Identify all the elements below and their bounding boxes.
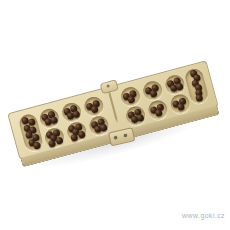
latch-screw-icon	[114, 136, 118, 140]
seed	[154, 108, 163, 117]
watermark: www.goki.cz	[182, 212, 225, 219]
seed	[126, 95, 135, 104]
product-photo: www.goki.cz	[0, 0, 230, 230]
seed	[176, 102, 185, 111]
seed	[194, 94, 203, 103]
hinge-tab-hole	[106, 84, 110, 88]
seed	[55, 136, 64, 145]
seed	[77, 130, 86, 139]
seed	[90, 105, 99, 114]
latch-screw-icon	[124, 134, 128, 138]
seed	[149, 89, 158, 98]
